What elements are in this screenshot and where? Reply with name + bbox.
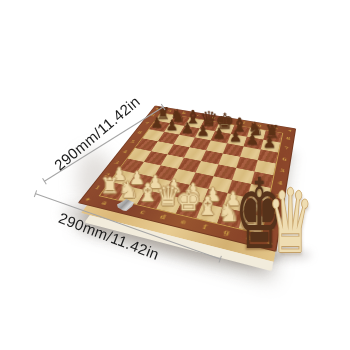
- light-bishop: ♝: [196, 194, 218, 219]
- light-queen: ♛: [156, 183, 177, 210]
- standalone-light-queen: ♛: [267, 182, 304, 261]
- light-knight: ♞: [118, 178, 139, 201]
- dark-pawn: ♟: [261, 135, 278, 150]
- dark-pawn: ♟: [149, 116, 165, 130]
- corner-ornament-icon: ✦: [83, 196, 93, 203]
- dark-pawn: ♟: [227, 129, 244, 144]
- light-king: ♚: [176, 186, 197, 215]
- light-bishop: ♝: [137, 181, 158, 205]
- dark-pawn: ♟: [244, 132, 261, 147]
- dark-pawn: ♟: [179, 121, 195, 136]
- corner-ornament-icon: ✦: [287, 129, 293, 133]
- dark-pawn: ♟: [195, 124, 212, 139]
- product-photo: ♜♞♝♛♚♝♞♜♟♟♟♟♟♟♟♟♟♟♟♟♟♟♟♟♜♞♝♛♚♝♞♜ abcdefg…: [0, 0, 350, 350]
- dark-pawn: ♟: [211, 126, 228, 141]
- dark-pawn: ♟: [164, 118, 180, 132]
- light-rook: ♜: [100, 175, 120, 196]
